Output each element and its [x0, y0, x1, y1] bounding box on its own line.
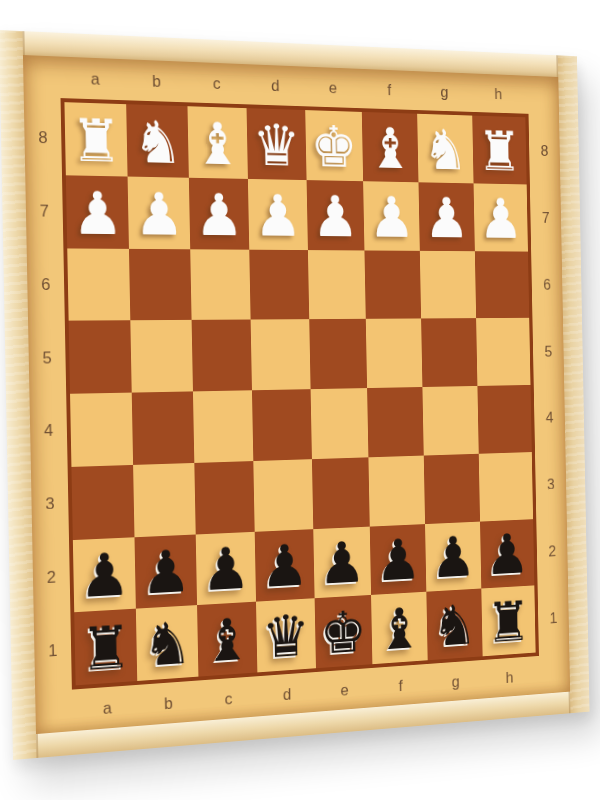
- square-b7[interactable]: ♟: [128, 176, 190, 249]
- piece-black-knight[interactable]: ♞: [432, 596, 478, 654]
- square-e5[interactable]: [309, 319, 367, 389]
- piece-white-pawn[interactable]: ♟: [311, 187, 359, 244]
- square-g1[interactable]: ♞: [427, 589, 483, 660]
- rank-label-right-6: 6: [531, 251, 563, 318]
- piece-black-pawn[interactable]: ♟: [485, 526, 530, 583]
- square-a4[interactable]: [70, 393, 133, 467]
- piece-white-pawn[interactable]: ♟: [368, 188, 415, 244]
- square-g7[interactable]: ♟: [419, 182, 475, 251]
- square-d6[interactable]: [249, 249, 308, 320]
- piece-black-pawn[interactable]: ♟: [375, 531, 422, 589]
- piece-white-pawn[interactable]: ♟: [194, 185, 244, 243]
- piece-white-rook[interactable]: ♜: [477, 123, 522, 179]
- piece-black-rook[interactable]: ♜: [486, 593, 531, 651]
- square-h8[interactable]: ♜: [472, 116, 527, 185]
- square-f8[interactable]: ♝: [362, 112, 419, 182]
- rank-label-left-6: 6: [27, 248, 65, 321]
- square-h2[interactable]: ♟: [480, 519, 535, 589]
- square-b2[interactable]: ♟: [135, 534, 197, 609]
- square-c8[interactable]: ♝: [187, 106, 248, 178]
- square-e7[interactable]: ♟: [306, 180, 364, 250]
- square-d3[interactable]: [253, 459, 312, 531]
- square-c3[interactable]: [194, 461, 255, 534]
- square-e4[interactable]: [310, 388, 368, 459]
- piece-black-rook[interactable]: ♜: [80, 617, 132, 679]
- square-c6[interactable]: [190, 249, 251, 320]
- file-label-bottom-f: f: [372, 664, 428, 707]
- piece-white-bishop[interactable]: ♝: [367, 119, 414, 176]
- square-g5[interactable]: [421, 318, 477, 387]
- piece-white-pawn[interactable]: ♟: [253, 186, 302, 244]
- square-c1[interactable]: ♝: [197, 602, 258, 677]
- file-label-top-f: f: [361, 69, 417, 110]
- square-a5[interactable]: [69, 320, 132, 393]
- piece-white-king[interactable]: ♚: [310, 118, 358, 176]
- square-d4[interactable]: [252, 389, 311, 461]
- file-label-top-g: g: [417, 71, 472, 112]
- square-a1[interactable]: ♜: [74, 609, 137, 686]
- square-g2[interactable]: ♟: [425, 521, 481, 592]
- square-c5[interactable]: [191, 320, 252, 392]
- file-label-top-c: c: [186, 62, 246, 105]
- square-g4[interactable]: [423, 386, 479, 455]
- square-a7[interactable]: ♟: [66, 175, 129, 248]
- square-f2[interactable]: ♟: [370, 524, 427, 596]
- piece-white-bishop[interactable]: ♝: [193, 114, 243, 173]
- chess-grid: ♜♞♝♛♚♝♞♜♟♟♟♟♟♟♟♟♟♟♟♟♟♟♟♟♜♞♝♛♚♝♞♜: [61, 98, 539, 690]
- file-label-bottom-e: e: [316, 668, 374, 712]
- square-h7[interactable]: ♟: [473, 183, 528, 251]
- square-a8[interactable]: ♜: [64, 102, 127, 176]
- piece-white-knight[interactable]: ♞: [422, 121, 468, 177]
- square-h1[interactable]: ♜: [481, 586, 536, 657]
- rank-label-right-7: 7: [530, 184, 562, 251]
- rank-label-right-8: 8: [529, 117, 561, 184]
- rank-label-left-7: 7: [25, 174, 63, 248]
- rank-label-left-4: 4: [29, 394, 67, 468]
- square-g3[interactable]: [424, 454, 480, 524]
- piece-black-pawn[interactable]: ♟: [79, 545, 131, 607]
- file-label-bottom-b: b: [138, 680, 199, 725]
- rank-label-right-3: 3: [535, 451, 567, 519]
- square-b5[interactable]: [131, 320, 193, 392]
- piece-white-pawn[interactable]: ♟: [72, 183, 124, 243]
- file-label-top-a: a: [64, 57, 127, 101]
- square-c4[interactable]: [193, 390, 254, 462]
- square-d8[interactable]: ♛: [247, 108, 306, 180]
- piece-black-bishop[interactable]: ♝: [202, 610, 252, 671]
- piece-black-knight[interactable]: ♞: [142, 613, 193, 675]
- piece-black-queen[interactable]: ♛: [261, 606, 310, 666]
- file-label-top-h: h: [471, 73, 525, 113]
- piece-white-knight[interactable]: ♞: [132, 112, 183, 172]
- square-e8[interactable]: ♚: [305, 110, 363, 181]
- square-e6[interactable]: [307, 250, 365, 320]
- square-b3[interactable]: [133, 463, 195, 537]
- file-label-bottom-d: d: [258, 672, 317, 716]
- square-h6[interactable]: [475, 251, 530, 319]
- piece-black-pawn[interactable]: ♟: [140, 542, 191, 603]
- file-label-top-e: e: [304, 67, 362, 109]
- piece-white-rook[interactable]: ♜: [70, 110, 122, 170]
- rank-label-left-3: 3: [31, 467, 69, 542]
- square-a6[interactable]: [67, 248, 130, 321]
- piece-white-pawn[interactable]: ♟: [478, 190, 523, 245]
- file-label-bottom-g: g: [428, 660, 483, 703]
- square-f3[interactable]: [368, 455, 425, 526]
- square-d2[interactable]: ♟: [255, 529, 314, 602]
- photo-background: abcdefgh 87654321 ♜♞♝♛♚♝♞♜♟♟♟♟♟♟♟♟♟♟♟♟♟♟…: [0, 0, 600, 800]
- piece-black-king[interactable]: ♚: [319, 603, 367, 663]
- square-d7[interactable]: ♟: [248, 179, 307, 250]
- square-f4[interactable]: [367, 387, 424, 457]
- demo-chessboard: abcdefgh 87654321 ♜♞♝♛♚♝♞♜♟♟♟♟♟♟♟♟♟♟♟♟♟♟…: [0, 30, 590, 760]
- piece-white-queen[interactable]: ♛: [252, 116, 301, 174]
- rank-label-left-2: 2: [32, 540, 70, 615]
- square-h5[interactable]: [476, 318, 531, 386]
- square-d1[interactable]: ♛: [256, 598, 315, 672]
- square-b1[interactable]: ♞: [136, 605, 198, 681]
- square-g8[interactable]: ♞: [417, 114, 473, 183]
- file-label-top-b: b: [126, 59, 188, 102]
- rank-label-left-5: 5: [28, 321, 66, 395]
- rank-label-left-8: 8: [24, 101, 62, 175]
- piece-black-pawn[interactable]: ♟: [260, 536, 309, 596]
- square-f6[interactable]: [364, 250, 421, 319]
- board-surface: abcdefgh 87654321 ♜♞♝♛♚♝♞♜♟♟♟♟♟♟♟♟♟♟♟♟♟♟…: [23, 55, 570, 734]
- piece-white-pawn[interactable]: ♟: [133, 184, 184, 243]
- piece-white-pawn[interactable]: ♟: [424, 189, 470, 245]
- rank-label-right-5: 5: [532, 318, 564, 385]
- file-label-bottom-a: a: [76, 685, 139, 731]
- square-d5[interactable]: [251, 319, 310, 390]
- square-c7[interactable]: ♟: [189, 178, 250, 250]
- square-c2[interactable]: ♟: [195, 531, 256, 605]
- square-f5[interactable]: [366, 319, 423, 388]
- piece-black-pawn[interactable]: ♟: [201, 539, 251, 599]
- piece-black-pawn[interactable]: ♟: [430, 529, 476, 587]
- board-middle: 87654321 ♜♞♝♛♚♝♞♜♟♟♟♟♟♟♟♟♟♟♟♟♟♟♟♟♜♞♝♛♚♝♞…: [24, 97, 570, 692]
- square-e1[interactable]: ♚: [314, 595, 372, 668]
- square-f7[interactable]: ♟: [363, 181, 420, 250]
- file-label-bottom-c: c: [198, 676, 258, 721]
- file-label-bottom-h: h: [482, 656, 536, 698]
- square-g6[interactable]: [420, 250, 476, 318]
- square-b6[interactable]: [129, 248, 191, 320]
- square-f1[interactable]: ♝: [371, 592, 428, 664]
- square-b8[interactable]: ♞: [127, 104, 189, 177]
- square-a2[interactable]: ♟: [73, 537, 136, 613]
- square-b4[interactable]: [132, 391, 194, 464]
- file-label-top-d: d: [246, 64, 305, 106]
- square-a3[interactable]: [71, 465, 134, 540]
- square-e2[interactable]: ♟: [313, 526, 371, 598]
- square-h3[interactable]: [478, 452, 533, 521]
- square-e3[interactable]: [311, 457, 369, 529]
- square-h4[interactable]: [477, 385, 532, 454]
- rank-label-right-2: 2: [536, 517, 568, 585]
- rank-label-right-4: 4: [534, 384, 566, 451]
- rank-label-right-1: 1: [538, 584, 570, 653]
- piece-black-pawn[interactable]: ♟: [318, 534, 366, 593]
- rank-label-left-1: 1: [34, 613, 72, 689]
- piece-black-bishop[interactable]: ♝: [376, 600, 423, 659]
